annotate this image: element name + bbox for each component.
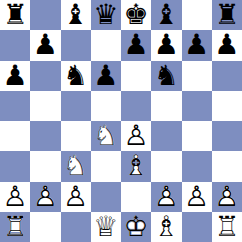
white-pawn: ♟♙	[30, 182, 60, 212]
square-e7[interactable]: ♟	[121, 30, 151, 60]
square-g5[interactable]	[182, 91, 212, 121]
square-f2[interactable]: ♟♙	[151, 182, 181, 212]
square-a5[interactable]	[0, 91, 30, 121]
black-bishop: ♝	[61, 0, 91, 30]
square-c3[interactable]: ♞♘	[61, 151, 91, 181]
square-a6[interactable]: ♟	[0, 61, 30, 91]
black-pawn: ♟	[212, 30, 242, 60]
chess-board: ♜♝♛♚♝♜♟♟♟♟♟♟♞♟♞♞♘♟♙♞♘♝♗♟♙♟♙♟♙♟♙♟♙♟♙♜♖♛♕♚…	[0, 0, 242, 242]
white-piece-outline: ♙	[182, 182, 212, 212]
white-piece-outline: ♗	[151, 212, 181, 242]
square-h7[interactable]: ♟	[212, 30, 242, 60]
square-f8[interactable]: ♝	[151, 0, 181, 30]
black-pawn: ♟	[182, 30, 212, 60]
square-h1[interactable]: ♜♖	[212, 212, 242, 242]
square-g7[interactable]: ♟	[182, 30, 212, 60]
black-rook: ♜	[0, 0, 30, 30]
white-piece-outline: ♕	[91, 212, 121, 242]
square-c1[interactable]	[61, 212, 91, 242]
black-piece-glyph: ♟	[121, 30, 151, 60]
square-e8[interactable]: ♚	[121, 0, 151, 30]
black-piece-glyph: ♟	[30, 30, 60, 60]
white-bishop: ♝♗	[121, 151, 151, 181]
black-piece-glyph: ♝	[61, 0, 91, 30]
black-piece-glyph: ♟	[151, 30, 181, 60]
square-h4[interactable]	[212, 121, 242, 151]
white-king: ♚♔	[121, 212, 151, 242]
white-piece-outline: ♙	[30, 182, 60, 212]
square-b6[interactable]	[30, 61, 60, 91]
white-pawn: ♟♙	[151, 182, 181, 212]
white-pawn: ♟♙	[121, 121, 151, 151]
square-d3[interactable]	[91, 151, 121, 181]
square-d1[interactable]: ♛♕	[91, 212, 121, 242]
square-a7[interactable]	[0, 30, 30, 60]
square-f5[interactable]	[151, 91, 181, 121]
square-h8[interactable]: ♜	[212, 0, 242, 30]
square-d5[interactable]	[91, 91, 121, 121]
square-c8[interactable]: ♝	[61, 0, 91, 30]
white-piece-outline: ♘	[61, 151, 91, 181]
black-piece-glyph: ♟	[91, 61, 121, 91]
square-f7[interactable]: ♟	[151, 30, 181, 60]
square-h2[interactable]: ♟♙	[212, 182, 242, 212]
square-g4[interactable]	[182, 121, 212, 151]
white-piece-outline: ♙	[0, 182, 30, 212]
square-c6[interactable]: ♞	[61, 61, 91, 91]
square-h6[interactable]	[212, 61, 242, 91]
black-piece-glyph: ♜	[0, 0, 30, 30]
square-a2[interactable]: ♟♙	[0, 182, 30, 212]
square-e4[interactable]: ♟♙	[121, 121, 151, 151]
square-b2[interactable]: ♟♙	[30, 182, 60, 212]
square-h5[interactable]	[212, 91, 242, 121]
square-e3[interactable]: ♝♗	[121, 151, 151, 181]
square-b3[interactable]	[30, 151, 60, 181]
white-piece-outline: ♗	[121, 151, 151, 181]
square-e1[interactable]: ♚♔	[121, 212, 151, 242]
white-pawn: ♟♙	[212, 182, 242, 212]
square-g6[interactable]	[182, 61, 212, 91]
square-c7[interactable]	[61, 30, 91, 60]
black-piece-glyph: ♞	[151, 61, 181, 91]
square-c4[interactable]	[61, 121, 91, 151]
square-e5[interactable]	[121, 91, 151, 121]
black-piece-glyph: ♚	[121, 0, 151, 30]
square-b8[interactable]	[30, 0, 60, 30]
white-pawn: ♟♙	[182, 182, 212, 212]
square-f3[interactable]	[151, 151, 181, 181]
square-e6[interactable]	[121, 61, 151, 91]
black-pawn: ♟	[121, 30, 151, 60]
square-e2[interactable]	[121, 182, 151, 212]
white-piece-outline: ♖	[212, 212, 242, 242]
black-pawn: ♟	[30, 30, 60, 60]
white-piece-outline: ♙	[121, 121, 151, 151]
black-king: ♚	[121, 0, 151, 30]
square-g8[interactable]	[182, 0, 212, 30]
square-g1[interactable]	[182, 212, 212, 242]
black-piece-glyph: ♟	[0, 61, 30, 91]
white-rook: ♜♖	[212, 212, 242, 242]
black-piece-glyph: ♛	[91, 0, 121, 30]
white-pawn: ♟♙	[0, 182, 30, 212]
square-a3[interactable]	[0, 151, 30, 181]
black-bishop: ♝	[151, 0, 181, 30]
white-pawn: ♟♙	[61, 182, 91, 212]
black-queen: ♛	[91, 0, 121, 30]
black-piece-glyph: ♝	[151, 0, 181, 30]
white-piece-outline: ♙	[61, 182, 91, 212]
square-b5[interactable]	[30, 91, 60, 121]
square-g3[interactable]	[182, 151, 212, 181]
black-knight: ♞	[151, 61, 181, 91]
square-c5[interactable]	[61, 91, 91, 121]
square-d6[interactable]: ♟	[91, 61, 121, 91]
square-d8[interactable]: ♛	[91, 0, 121, 30]
white-piece-outline: ♙	[151, 182, 181, 212]
black-piece-glyph: ♟	[212, 30, 242, 60]
square-f6[interactable]: ♞	[151, 61, 181, 91]
white-rook: ♜♖	[0, 212, 30, 242]
square-f4[interactable]	[151, 121, 181, 151]
square-b7[interactable]: ♟	[30, 30, 60, 60]
white-knight: ♞♘	[61, 151, 91, 181]
black-piece-glyph: ♟	[182, 30, 212, 60]
square-f1[interactable]: ♝♗	[151, 212, 181, 242]
square-a8[interactable]: ♜	[0, 0, 30, 30]
square-c2[interactable]: ♟♙	[61, 182, 91, 212]
square-b4[interactable]	[30, 121, 60, 151]
black-pawn: ♟	[91, 61, 121, 91]
black-piece-glyph: ♞	[61, 61, 91, 91]
black-pawn: ♟	[0, 61, 30, 91]
square-g2[interactable]: ♟♙	[182, 182, 212, 212]
black-knight: ♞	[61, 61, 91, 91]
black-pawn: ♟	[151, 30, 181, 60]
square-b1[interactable]	[30, 212, 60, 242]
square-d7[interactable]	[91, 30, 121, 60]
white-queen: ♛♕	[91, 212, 121, 242]
square-h3[interactable]	[212, 151, 242, 181]
black-rook: ♜	[212, 0, 242, 30]
square-a1[interactable]: ♜♖	[0, 212, 30, 242]
white-piece-outline: ♙	[212, 182, 242, 212]
black-piece-glyph: ♜	[212, 0, 242, 30]
white-piece-outline: ♖	[0, 212, 30, 242]
white-knight: ♞♘	[91, 121, 121, 151]
white-piece-outline: ♘	[91, 121, 121, 151]
white-piece-outline: ♔	[121, 212, 151, 242]
square-d2[interactable]	[91, 182, 121, 212]
square-d4[interactable]: ♞♘	[91, 121, 121, 151]
square-a4[interactable]	[0, 121, 30, 151]
white-bishop: ♝♗	[151, 212, 181, 242]
